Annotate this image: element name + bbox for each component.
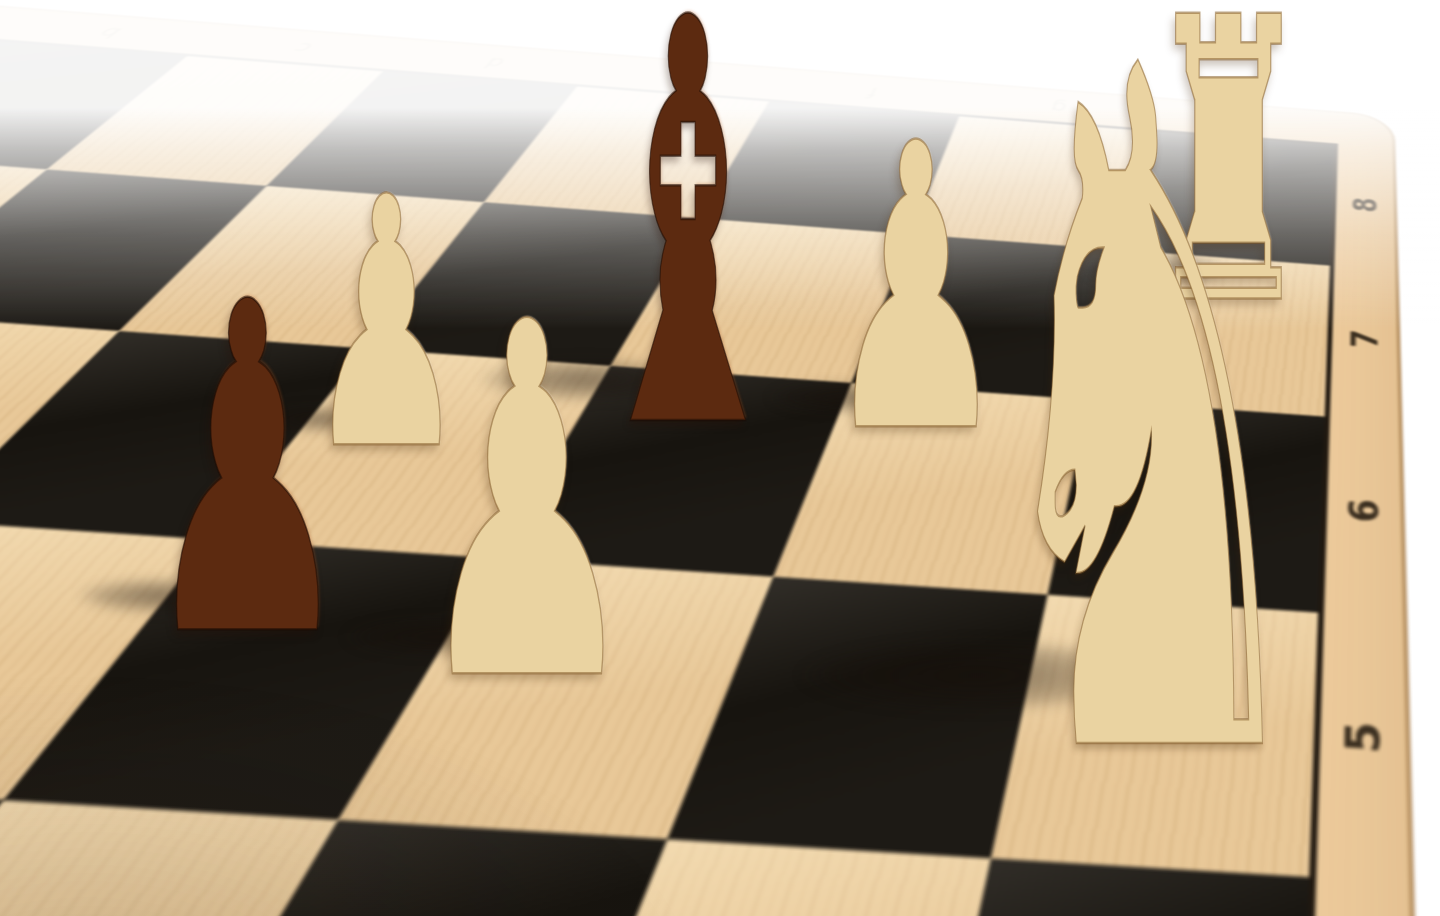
black-pawn-b5[interactable]: ♟ <box>129 244 366 699</box>
white-pawn-e5[interactable]: ♟ <box>400 260 654 748</box>
white-knight-h4[interactable]: ♞ <box>953 0 1346 887</box>
chessboard-photo: abcdefgh 87654321 ♜♟♝♟♟♟♞ <box>0 0 1440 916</box>
square-e4[interactable] <box>0 800 338 916</box>
